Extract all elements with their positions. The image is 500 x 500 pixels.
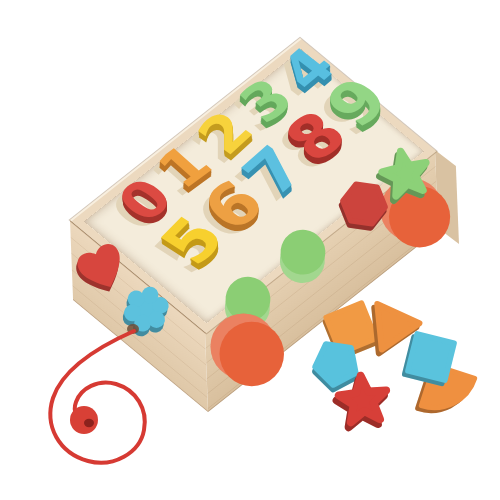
wheel-front-left <box>209 312 287 390</box>
bead-hole <box>84 419 94 427</box>
loose-block-star-red <box>327 362 400 435</box>
product-photo-stage: 0 1 2 3 4 5 6 7 8 9 0 1 2 3 4 5 6 7 8 9 <box>0 0 500 500</box>
string-bead <box>70 406 98 434</box>
string-cord <box>50 331 144 463</box>
star-shape-block-green <box>368 135 442 209</box>
